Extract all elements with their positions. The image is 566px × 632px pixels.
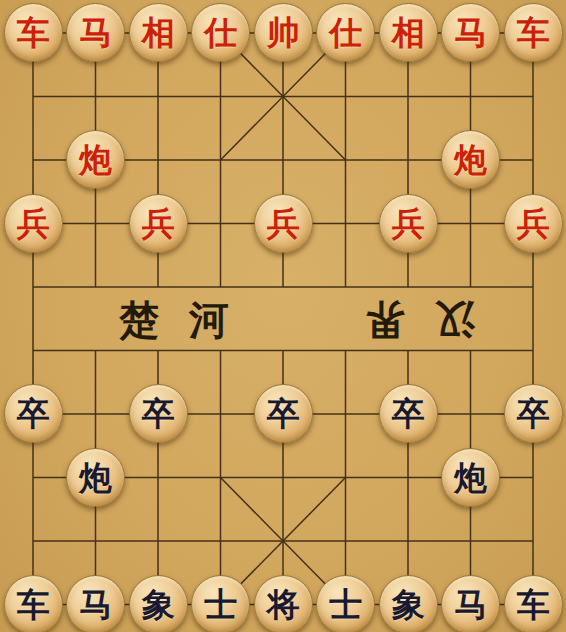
piece-black-soldier[interactable]: 卒: [254, 384, 313, 443]
piece-black-chariot[interactable]: 车: [504, 575, 563, 632]
piece-red-advisor[interactable]: 仕: [191, 3, 250, 62]
piece-black-advisor[interactable]: 士: [316, 575, 375, 632]
piece-red-soldier[interactable]: 兵: [129, 194, 188, 253]
piece-red-soldier[interactable]: 兵: [379, 194, 438, 253]
piece-black-soldier[interactable]: 卒: [129, 384, 188, 443]
piece-red-soldier[interactable]: 兵: [254, 194, 313, 253]
piece-grid[interactable]: 车马相仕帅仕相马车炮炮兵兵兵兵兵卒卒卒卒卒炮炮车马象士将士象马车: [2, 1, 565, 632]
piece-black-horse[interactable]: 马: [441, 575, 500, 632]
piece-black-horse[interactable]: 马: [66, 575, 125, 632]
piece-black-cannon[interactable]: 炮: [441, 448, 500, 507]
piece-red-elephant[interactable]: 相: [379, 3, 438, 62]
piece-red-advisor[interactable]: 仕: [316, 3, 375, 62]
piece-red-soldier[interactable]: 兵: [504, 194, 563, 253]
piece-black-soldier[interactable]: 卒: [4, 384, 63, 443]
piece-black-elephant[interactable]: 象: [129, 575, 188, 632]
piece-black-soldier[interactable]: 卒: [379, 384, 438, 443]
piece-red-cannon[interactable]: 炮: [66, 130, 125, 189]
piece-black-advisor[interactable]: 士: [191, 575, 250, 632]
piece-red-soldier[interactable]: 兵: [4, 194, 63, 253]
piece-red-chariot[interactable]: 车: [504, 3, 563, 62]
piece-red-chariot[interactable]: 车: [4, 3, 63, 62]
piece-red-horse[interactable]: 马: [441, 3, 500, 62]
piece-red-elephant[interactable]: 相: [129, 3, 188, 62]
piece-black-chariot[interactable]: 车: [4, 575, 63, 632]
piece-red-general[interactable]: 帅: [254, 3, 313, 62]
piece-red-cannon[interactable]: 炮: [441, 130, 500, 189]
piece-black-cannon[interactable]: 炮: [66, 448, 125, 507]
xiangqi-board: 楚河 汉界 车马相仕帅仕相马车炮炮兵兵兵兵兵卒卒卒卒卒炮炮车马象士将士象马车: [0, 0, 566, 632]
piece-black-general[interactable]: 将: [254, 575, 313, 632]
piece-black-elephant[interactable]: 象: [379, 575, 438, 632]
piece-black-soldier[interactable]: 卒: [504, 384, 563, 443]
piece-red-horse[interactable]: 马: [66, 3, 125, 62]
